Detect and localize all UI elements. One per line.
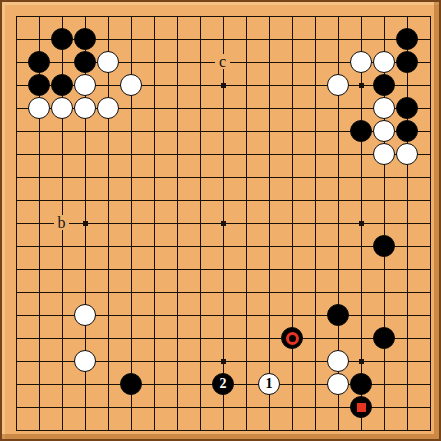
grid-line (16, 269, 431, 270)
grid-line (16, 292, 431, 293)
black-stone (51, 28, 73, 50)
grid-line (315, 16, 316, 431)
black-stone (373, 235, 395, 257)
white-stone (373, 97, 395, 119)
white-stone (396, 143, 418, 165)
grid-line (16, 338, 431, 339)
white-stone (74, 97, 96, 119)
white-stone (51, 97, 73, 119)
go-board: 21 bc (0, 0, 441, 441)
grid-line (16, 430, 431, 431)
star-point (359, 221, 364, 226)
stone-number-label: 2 (220, 377, 227, 391)
star-point (83, 221, 88, 226)
black-stone (74, 28, 96, 50)
white-stone (97, 51, 119, 73)
black-stone: 2 (212, 373, 234, 395)
black-stone (350, 120, 372, 142)
grid-line (246, 16, 247, 431)
white-stone (373, 120, 395, 142)
black-stone (350, 396, 372, 418)
stone-number-label: 1 (266, 377, 273, 391)
grid-line (407, 16, 408, 431)
white-stone (373, 51, 395, 73)
black-stone (327, 304, 349, 326)
white-stone (373, 143, 395, 165)
white-stone (74, 74, 96, 96)
white-stone (74, 304, 96, 326)
black-stone (74, 51, 96, 73)
star-point (359, 83, 364, 88)
black-stone (373, 74, 395, 96)
black-stone (51, 74, 73, 96)
black-stone (396, 120, 418, 142)
white-stone (97, 97, 119, 119)
point-label-c: c (215, 54, 230, 69)
square-marker (357, 403, 366, 412)
grid-line (292, 16, 293, 431)
white-stone: 1 (258, 373, 280, 395)
white-stone (120, 74, 142, 96)
star-point (221, 359, 226, 364)
black-stone (396, 51, 418, 73)
white-stone (327, 350, 349, 372)
black-stone (396, 28, 418, 50)
white-stone (327, 74, 349, 96)
white-stone (74, 350, 96, 372)
grid-line (16, 246, 431, 247)
grid-line (430, 16, 431, 431)
black-stone (281, 327, 303, 349)
star-point (359, 359, 364, 364)
white-stone (28, 97, 50, 119)
black-stone (120, 373, 142, 395)
star-point (221, 221, 226, 226)
star-point (221, 83, 226, 88)
black-stone (28, 51, 50, 73)
black-stone (373, 327, 395, 349)
white-stone (350, 51, 372, 73)
black-stone (350, 373, 372, 395)
circle-marker (286, 332, 299, 345)
point-label-b: b (54, 215, 69, 230)
white-stone (327, 373, 349, 395)
grid-line (269, 16, 270, 431)
black-stone (396, 97, 418, 119)
black-stone (28, 74, 50, 96)
